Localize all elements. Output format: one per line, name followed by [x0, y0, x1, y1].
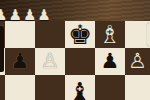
square-r0-c1[interactable]	[5, 21, 35, 48]
square-r1-c5[interactable]: ♙	[125, 48, 150, 75]
captured-white-pawn-1: ♟	[0, 6, 7, 25]
square-r1-c2[interactable]: ♙	[35, 48, 65, 75]
square-r0-c3[interactable]: ♚	[65, 21, 95, 48]
captured-white-pawn-3: ♟	[23, 6, 36, 25]
captured-white-pawn-2: ♟	[8, 6, 21, 25]
square-r2-c2[interactable]	[35, 75, 65, 100]
captured-pieces-tray: ♟♟♟♟	[0, 6, 51, 25]
white-pawn[interactable]: ♙	[41, 51, 60, 72]
square-r2-c4[interactable]	[95, 75, 125, 100]
black-king[interactable]: ♚	[68, 21, 92, 48]
chess-board[interactable]: ♚♗♟♙♟♙♝	[0, 21, 150, 100]
white-bishop[interactable]: ♗	[99, 22, 121, 47]
square-r0-c4[interactable]: ♗	[95, 21, 125, 48]
cropped-white-piece-fragment	[147, 23, 150, 46]
black-pawn[interactable]: ♟	[11, 51, 30, 72]
white-pawn[interactable]: ♙	[128, 51, 147, 72]
square-r2-c3[interactable]: ♝	[65, 75, 95, 100]
cropped-black-piece-fragment	[0, 26, 4, 72]
square-r0-c2[interactable]	[35, 21, 65, 48]
square-r1-c1[interactable]: ♟	[5, 48, 35, 75]
black-pawn[interactable]: ♟	[101, 51, 120, 72]
chess-app-viewport: ♟♟♟♟ ♚♗♟♙♟♙♝	[0, 0, 150, 100]
square-r1-c3[interactable]	[65, 48, 95, 75]
captured-white-pawn-4: ♟	[37, 6, 50, 25]
black-bishop[interactable]: ♝	[69, 79, 91, 100]
square-r2-c5[interactable]	[125, 75, 150, 100]
square-r1-c4[interactable]: ♟	[95, 48, 125, 75]
square-r2-c1[interactable]	[5, 75, 35, 100]
